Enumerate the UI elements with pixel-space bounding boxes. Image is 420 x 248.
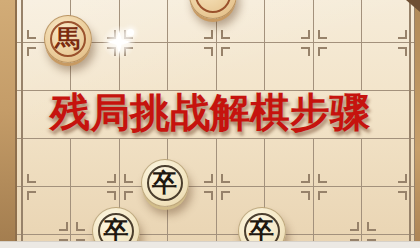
point-marker xyxy=(107,174,116,183)
point-marker xyxy=(301,30,310,39)
point-marker xyxy=(221,30,230,39)
point-marker xyxy=(27,30,36,39)
point-marker xyxy=(27,174,36,183)
point-marker xyxy=(27,191,36,200)
file-line xyxy=(313,138,314,242)
piece-black-soldier-1[interactable]: 卒 xyxy=(141,159,189,207)
file-line xyxy=(264,0,265,90)
point-marker xyxy=(318,174,327,183)
file-line xyxy=(361,138,362,242)
file-border-line xyxy=(21,0,23,242)
piece-character: 馬 xyxy=(55,26,80,51)
point-marker xyxy=(301,174,310,183)
piece-character: 卒 xyxy=(152,170,177,195)
file-line xyxy=(216,138,217,242)
point-marker xyxy=(221,191,230,200)
point-marker xyxy=(76,222,85,231)
point-marker xyxy=(221,174,230,183)
point-marker xyxy=(124,191,133,200)
point-marker xyxy=(221,47,230,56)
title-overlay: 残局挑战解棋步骤 xyxy=(50,85,370,140)
piece-ring xyxy=(195,0,231,13)
point-marker xyxy=(301,191,310,200)
file-line xyxy=(167,0,168,90)
point-marker xyxy=(204,47,213,56)
point-marker xyxy=(27,47,36,56)
file-line xyxy=(361,0,362,90)
file-border-line xyxy=(409,0,411,242)
board-corner-shadow xyxy=(406,0,420,12)
bottom-panel-edge xyxy=(0,241,420,248)
board-right-edge xyxy=(414,0,420,248)
point-marker xyxy=(59,222,68,231)
board-left-edge xyxy=(0,0,17,248)
point-marker xyxy=(204,191,213,200)
piece-character: 卒 xyxy=(249,218,274,243)
xiangqi-endgame-screen: 馬卒卒卒 残局挑战解棋步骤 xyxy=(0,0,420,248)
point-marker xyxy=(124,174,133,183)
point-marker xyxy=(398,30,407,39)
piece-cutoff-red-piece[interactable] xyxy=(189,0,237,19)
point-marker xyxy=(367,222,376,231)
piece-character: 卒 xyxy=(104,218,129,243)
point-marker xyxy=(350,222,359,231)
point-marker xyxy=(398,191,407,200)
point-marker xyxy=(398,174,407,183)
point-marker xyxy=(107,191,116,200)
point-marker xyxy=(398,47,407,56)
point-marker xyxy=(301,47,310,56)
sparkle-dot-icon xyxy=(127,29,134,36)
point-marker xyxy=(318,30,327,39)
point-marker xyxy=(204,174,213,183)
point-marker xyxy=(318,191,327,200)
file-line xyxy=(70,138,71,242)
piece-red-horse[interactable]: 馬 xyxy=(44,15,92,63)
point-marker xyxy=(204,30,213,39)
point-marker xyxy=(318,47,327,56)
file-line xyxy=(313,0,314,90)
